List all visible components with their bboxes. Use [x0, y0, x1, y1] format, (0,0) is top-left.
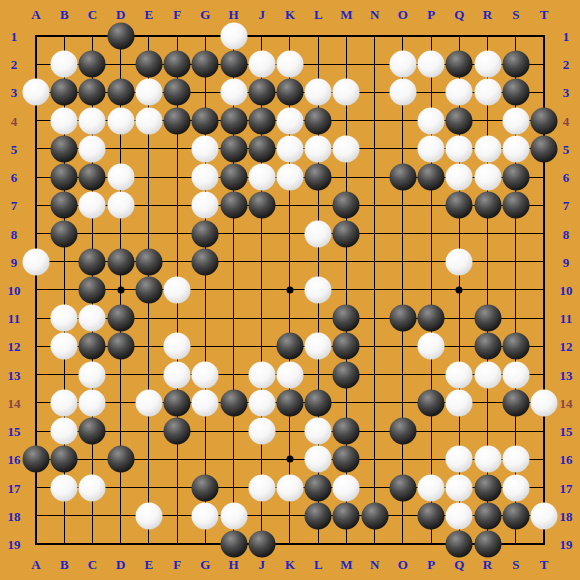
stone-black-d16[interactable] [107, 446, 134, 473]
stone-black-s14[interactable] [502, 389, 529, 416]
stone-black-q4[interactable] [446, 107, 473, 134]
stone-white-s17[interactable] [502, 474, 529, 501]
stone-black-b3[interactable] [51, 79, 78, 106]
stone-white-q6[interactable] [446, 164, 473, 191]
stone-black-p14[interactable] [418, 389, 445, 416]
col-label-top-r: R [483, 8, 492, 21]
stone-black-g9[interactable] [192, 248, 219, 275]
col-label-top-f: F [173, 8, 181, 21]
col-label-top-s: S [512, 8, 519, 21]
col-label-bottom-q: Q [454, 558, 464, 571]
stone-white-b11[interactable] [51, 305, 78, 332]
col-label-top-b: B [60, 8, 69, 21]
row-label-left-14: 14 [8, 396, 21, 409]
stone-white-p12[interactable] [418, 333, 445, 360]
stone-black-o11[interactable] [389, 305, 416, 332]
stone-black-s2[interactable] [502, 51, 529, 78]
stone-black-b6[interactable] [51, 164, 78, 191]
stone-black-l4[interactable] [305, 107, 332, 134]
stone-white-k6[interactable] [276, 164, 303, 191]
stone-black-b16[interactable] [51, 446, 78, 473]
stone-black-h5[interactable] [220, 135, 247, 162]
stone-black-c3[interactable] [79, 79, 106, 106]
stone-white-h1[interactable] [220, 23, 247, 50]
row-label-left-12: 12 [8, 340, 21, 353]
star-point [286, 286, 293, 293]
stone-white-q3[interactable] [446, 79, 473, 106]
stone-white-g18[interactable] [192, 502, 219, 529]
stone-black-p18[interactable] [418, 502, 445, 529]
stone-black-q2[interactable] [446, 51, 473, 78]
row-label-left-9: 9 [11, 255, 18, 268]
col-label-bottom-l: L [314, 558, 323, 571]
col-label-top-m: M [340, 8, 352, 21]
stone-black-j7[interactable] [248, 192, 275, 219]
col-label-bottom-j: J [259, 558, 266, 571]
stone-black-d1[interactable] [107, 23, 134, 50]
stone-black-l18[interactable] [305, 502, 332, 529]
stone-black-j3[interactable] [248, 79, 275, 106]
stone-black-c2[interactable] [79, 51, 106, 78]
col-label-bottom-k: K [285, 558, 295, 571]
col-label-bottom-d: D [116, 558, 125, 571]
stone-black-h19[interactable] [220, 530, 247, 557]
stone-black-s3[interactable] [502, 79, 529, 106]
stone-black-g8[interactable] [192, 220, 219, 247]
stone-black-s6[interactable] [502, 164, 529, 191]
stone-black-m12[interactable] [333, 333, 360, 360]
stone-black-q7[interactable] [446, 192, 473, 219]
col-label-bottom-a: A [31, 558, 40, 571]
row-label-right-18: 18 [560, 509, 573, 522]
stone-black-k14[interactable] [276, 389, 303, 416]
stone-black-r11[interactable] [474, 305, 501, 332]
row-label-right-11: 11 [560, 312, 572, 325]
stone-black-d11[interactable] [107, 305, 134, 332]
stone-black-c6[interactable] [79, 164, 106, 191]
stone-black-o6[interactable] [389, 164, 416, 191]
row-label-right-14: 14 [560, 396, 573, 409]
row-label-right-8: 8 [563, 227, 570, 240]
stone-white-b14[interactable] [51, 389, 78, 416]
row-label-right-13: 13 [560, 368, 573, 381]
stone-black-l6[interactable] [305, 164, 332, 191]
stone-black-c12[interactable] [79, 333, 106, 360]
stone-black-r7[interactable] [474, 192, 501, 219]
col-label-top-p: P [427, 8, 435, 21]
stone-white-l5[interactable] [305, 135, 332, 162]
stone-black-s12[interactable] [502, 333, 529, 360]
stone-white-l10[interactable] [305, 276, 332, 303]
col-label-top-a: A [31, 8, 40, 21]
stone-white-q13[interactable] [446, 361, 473, 388]
row-label-right-2: 2 [563, 58, 570, 71]
row-label-left-8: 8 [11, 227, 18, 240]
stone-white-g14[interactable] [192, 389, 219, 416]
stone-black-c15[interactable] [79, 418, 106, 445]
row-label-right-1: 1 [563, 30, 570, 43]
stone-black-b5[interactable] [51, 135, 78, 162]
stone-white-k4[interactable] [276, 107, 303, 134]
stone-white-s5[interactable] [502, 135, 529, 162]
stone-white-b4[interactable] [51, 107, 78, 134]
row-label-right-5: 5 [563, 142, 570, 155]
col-label-top-q: Q [454, 8, 464, 21]
stone-black-l17[interactable] [305, 474, 332, 501]
stone-white-r13[interactable] [474, 361, 501, 388]
stone-black-p6[interactable] [418, 164, 445, 191]
stone-white-b2[interactable] [51, 51, 78, 78]
stone-white-a9[interactable] [23, 248, 50, 275]
stone-white-d6[interactable] [107, 164, 134, 191]
stone-white-h3[interactable] [220, 79, 247, 106]
stone-black-f2[interactable] [164, 51, 191, 78]
stone-black-t4[interactable] [530, 107, 557, 134]
stone-white-c4[interactable] [79, 107, 106, 134]
stone-white-r3[interactable] [474, 79, 501, 106]
stone-black-e2[interactable] [135, 51, 162, 78]
stone-black-m7[interactable] [333, 192, 360, 219]
stone-black-f14[interactable] [164, 389, 191, 416]
col-label-top-e: E [145, 8, 154, 21]
stone-white-j2[interactable] [248, 51, 275, 78]
row-label-right-19: 19 [560, 537, 573, 550]
stone-black-g4[interactable] [192, 107, 219, 134]
stone-white-j17[interactable] [248, 474, 275, 501]
stone-white-l3[interactable] [305, 79, 332, 106]
row-label-left-16: 16 [8, 453, 21, 466]
stone-black-j4[interactable] [248, 107, 275, 134]
stone-white-s13[interactable] [502, 361, 529, 388]
stone-white-b12[interactable] [51, 333, 78, 360]
stone-white-a3[interactable] [23, 79, 50, 106]
row-label-left-17: 17 [8, 481, 21, 494]
stone-white-q5[interactable] [446, 135, 473, 162]
stone-black-h4[interactable] [220, 107, 247, 134]
stone-black-j19[interactable] [248, 530, 275, 557]
row-label-left-11: 11 [8, 312, 20, 325]
stone-black-t5[interactable] [530, 135, 557, 162]
stone-white-j6[interactable] [248, 164, 275, 191]
stone-white-m5[interactable] [333, 135, 360, 162]
stone-black-c9[interactable] [79, 248, 106, 275]
stone-white-s16[interactable] [502, 446, 529, 473]
stone-white-j14[interactable] [248, 389, 275, 416]
stone-black-d9[interactable] [107, 248, 134, 275]
stone-black-f15[interactable] [164, 418, 191, 445]
stone-white-t18[interactable] [530, 502, 557, 529]
row-label-right-7: 7 [563, 199, 570, 212]
stone-black-m11[interactable] [333, 305, 360, 332]
stone-white-c13[interactable] [79, 361, 106, 388]
stone-white-o3[interactable] [389, 79, 416, 106]
stone-black-g2[interactable] [192, 51, 219, 78]
stone-black-s18[interactable] [502, 502, 529, 529]
col-label-top-c: C [88, 8, 97, 21]
stone-white-q17[interactable] [446, 474, 473, 501]
stone-black-m16[interactable] [333, 446, 360, 473]
stone-white-c5[interactable] [79, 135, 106, 162]
stone-black-r18[interactable] [474, 502, 501, 529]
stone-black-r12[interactable] [474, 333, 501, 360]
stone-white-q14[interactable] [446, 389, 473, 416]
row-label-left-7: 7 [11, 199, 18, 212]
stone-white-k2[interactable] [276, 51, 303, 78]
row-label-left-13: 13 [8, 368, 21, 381]
stone-black-d3[interactable] [107, 79, 134, 106]
stone-black-m8[interactable] [333, 220, 360, 247]
stone-black-r19[interactable] [474, 530, 501, 557]
col-label-top-t: T [540, 8, 549, 21]
stone-black-o17[interactable] [389, 474, 416, 501]
stone-white-g5[interactable] [192, 135, 219, 162]
stone-white-o2[interactable] [389, 51, 416, 78]
col-label-bottom-p: P [427, 558, 435, 571]
row-label-right-3: 3 [563, 86, 570, 99]
col-label-bottom-f: F [173, 558, 181, 571]
stone-white-g13[interactable] [192, 361, 219, 388]
stone-black-h6[interactable] [220, 164, 247, 191]
stone-white-d7[interactable] [107, 192, 134, 219]
stone-white-f12[interactable] [164, 333, 191, 360]
col-label-top-j: J [259, 8, 266, 21]
stone-white-t14[interactable] [530, 389, 557, 416]
stone-white-b17[interactable] [51, 474, 78, 501]
go-board[interactable]: AABBCCDDEEFFGGHHJJKKLLMMNNOOPPQQRRSSTT11… [0, 0, 580, 580]
stone-white-m17[interactable] [333, 474, 360, 501]
col-label-top-h: H [228, 8, 238, 21]
stone-white-m3[interactable] [333, 79, 360, 106]
row-label-left-4: 4 [11, 114, 18, 127]
row-label-left-18: 18 [8, 509, 21, 522]
col-label-bottom-c: C [88, 558, 97, 571]
stone-white-q16[interactable] [446, 446, 473, 473]
stone-white-b15[interactable] [51, 418, 78, 445]
col-label-top-o: O [398, 8, 408, 21]
stone-black-f4[interactable] [164, 107, 191, 134]
row-label-right-17: 17 [560, 481, 573, 494]
row-label-left-10: 10 [8, 283, 21, 296]
stone-black-e9[interactable] [135, 248, 162, 275]
col-label-top-d: D [116, 8, 125, 21]
stone-white-g7[interactable] [192, 192, 219, 219]
col-label-top-k: K [285, 8, 295, 21]
col-label-bottom-b: B [60, 558, 69, 571]
star-point [117, 286, 124, 293]
stone-white-l8[interactable] [305, 220, 332, 247]
col-label-top-l: L [314, 8, 323, 21]
stone-black-a16[interactable] [23, 446, 50, 473]
stone-white-r5[interactable] [474, 135, 501, 162]
go-app-window: AABBCCDDEEFFGGHHJJKKLLMMNNOOPPQQRRSSTT11… [0, 0, 580, 580]
col-label-bottom-o: O [398, 558, 408, 571]
stone-white-e18[interactable] [135, 502, 162, 529]
stone-white-r2[interactable] [474, 51, 501, 78]
stone-black-o15[interactable] [389, 418, 416, 445]
stone-white-p2[interactable] [418, 51, 445, 78]
stone-black-m15[interactable] [333, 418, 360, 445]
stone-white-l15[interactable] [305, 418, 332, 445]
col-label-bottom-n: N [370, 558, 379, 571]
stone-black-j5[interactable] [248, 135, 275, 162]
col-label-bottom-m: M [340, 558, 352, 571]
col-label-bottom-e: E [145, 558, 154, 571]
stone-black-m18[interactable] [333, 502, 360, 529]
stone-white-c14[interactable] [79, 389, 106, 416]
stone-white-s4[interactable] [502, 107, 529, 134]
stone-black-g17[interactable] [192, 474, 219, 501]
stone-black-s7[interactable] [502, 192, 529, 219]
stone-white-j15[interactable] [248, 418, 275, 445]
stone-white-k17[interactable] [276, 474, 303, 501]
col-label-bottom-h: H [228, 558, 238, 571]
stone-white-p5[interactable] [418, 135, 445, 162]
stone-black-b8[interactable] [51, 220, 78, 247]
stone-white-q18[interactable] [446, 502, 473, 529]
col-label-bottom-t: T [540, 558, 549, 571]
col-label-bottom-s: S [512, 558, 519, 571]
row-label-left-6: 6 [11, 171, 18, 184]
stone-black-m13[interactable] [333, 361, 360, 388]
row-label-right-9: 9 [563, 255, 570, 268]
stone-black-h14[interactable] [220, 389, 247, 416]
row-label-right-16: 16 [560, 453, 573, 466]
stone-white-l12[interactable] [305, 333, 332, 360]
stone-white-g6[interactable] [192, 164, 219, 191]
row-label-right-10: 10 [560, 283, 573, 296]
stone-black-p11[interactable] [418, 305, 445, 332]
stone-white-r6[interactable] [474, 164, 501, 191]
row-label-right-12: 12 [560, 340, 573, 353]
row-label-left-19: 19 [8, 537, 21, 550]
row-label-right-6: 6 [563, 171, 570, 184]
stone-black-c10[interactable] [79, 276, 106, 303]
stone-white-c17[interactable] [79, 474, 106, 501]
stone-black-d12[interactable] [107, 333, 134, 360]
col-label-bottom-g: G [200, 558, 210, 571]
row-label-left-5: 5 [11, 142, 18, 155]
stone-white-h18[interactable] [220, 502, 247, 529]
stone-white-f10[interactable] [164, 276, 191, 303]
stone-white-p17[interactable] [418, 474, 445, 501]
stone-black-n18[interactable] [361, 502, 388, 529]
row-label-left-1: 1 [11, 30, 18, 43]
star-point [456, 286, 463, 293]
stone-white-p4[interactable] [418, 107, 445, 134]
stone-white-e4[interactable] [135, 107, 162, 134]
stone-white-f13[interactable] [164, 361, 191, 388]
stone-white-c7[interactable] [79, 192, 106, 219]
stone-white-k13[interactable] [276, 361, 303, 388]
row-label-right-15: 15 [560, 425, 573, 438]
row-label-left-3: 3 [11, 86, 18, 99]
stone-white-e3[interactable] [135, 79, 162, 106]
stone-black-h2[interactable] [220, 51, 247, 78]
stone-black-r17[interactable] [474, 474, 501, 501]
stone-black-q19[interactable] [446, 530, 473, 557]
stone-black-l14[interactable] [305, 389, 332, 416]
stone-white-d4[interactable] [107, 107, 134, 134]
stone-white-j13[interactable] [248, 361, 275, 388]
stone-white-c11[interactable] [79, 305, 106, 332]
stone-black-k3[interactable] [276, 79, 303, 106]
row-label-left-15: 15 [8, 425, 21, 438]
stone-white-q9[interactable] [446, 248, 473, 275]
stone-white-l16[interactable] [305, 446, 332, 473]
stone-black-k12[interactable] [276, 333, 303, 360]
stone-black-e10[interactable] [135, 276, 162, 303]
stone-white-e14[interactable] [135, 389, 162, 416]
col-label-top-g: G [200, 8, 210, 21]
col-label-bottom-r: R [483, 558, 492, 571]
stone-white-k5[interactable] [276, 135, 303, 162]
stone-white-r16[interactable] [474, 446, 501, 473]
star-point [286, 456, 293, 463]
col-label-top-n: N [370, 8, 379, 21]
row-label-left-2: 2 [11, 58, 18, 71]
stone-black-h7[interactable] [220, 192, 247, 219]
row-label-right-4: 4 [563, 114, 570, 127]
stone-black-b7[interactable] [51, 192, 78, 219]
stone-black-f3[interactable] [164, 79, 191, 106]
